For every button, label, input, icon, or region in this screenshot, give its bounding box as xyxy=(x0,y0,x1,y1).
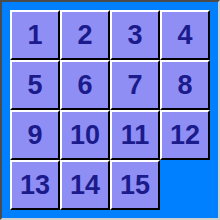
tile-grid: 123456789101112131415 xyxy=(10,10,210,210)
tile-15[interactable]: 15 xyxy=(110,160,160,210)
tile-11[interactable]: 11 xyxy=(110,110,160,160)
tile-4[interactable]: 4 xyxy=(160,10,210,60)
tile-2[interactable]: 2 xyxy=(60,10,110,60)
tile-3[interactable]: 3 xyxy=(110,10,160,60)
tile-7[interactable]: 7 xyxy=(110,60,160,110)
tile-10[interactable]: 10 xyxy=(60,110,110,160)
tile-6[interactable]: 6 xyxy=(60,60,110,110)
tile-14[interactable]: 14 xyxy=(60,160,110,210)
tile-5[interactable]: 5 xyxy=(10,60,60,110)
tile-1[interactable]: 1 xyxy=(10,10,60,60)
empty-cell xyxy=(160,160,210,210)
tile-9[interactable]: 9 xyxy=(10,110,60,160)
puzzle-window: 123456789101112131415 xyxy=(0,0,220,220)
tile-13[interactable]: 13 xyxy=(10,160,60,210)
tile-8[interactable]: 8 xyxy=(160,60,210,110)
tile-12[interactable]: 12 xyxy=(160,110,210,160)
